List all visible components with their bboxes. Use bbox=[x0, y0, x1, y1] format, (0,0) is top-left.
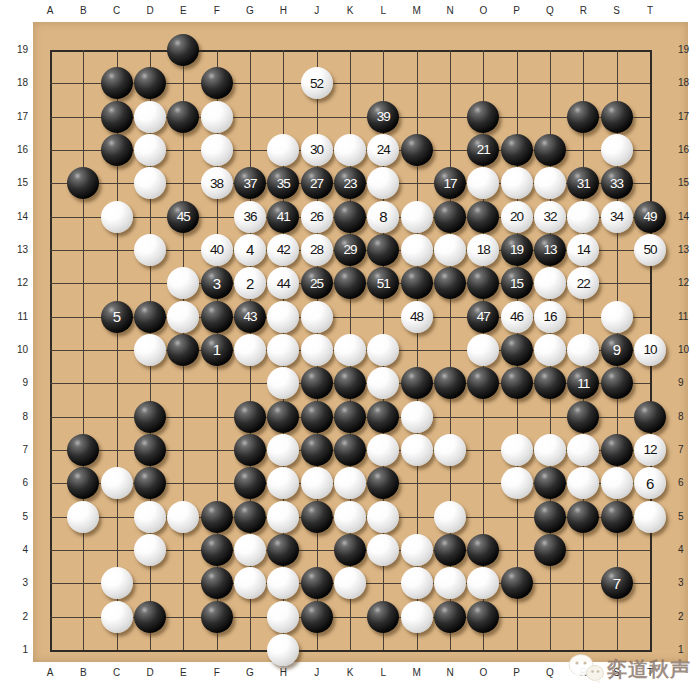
black-stone[interactable] bbox=[234, 401, 266, 433]
black-stone[interactable] bbox=[434, 201, 466, 233]
white-stone[interactable] bbox=[101, 601, 133, 633]
white-stone[interactable]: 46 bbox=[501, 301, 533, 333]
move-number: 36 bbox=[243, 210, 256, 224]
white-stone[interactable] bbox=[334, 134, 366, 166]
move-number: 9 bbox=[613, 342, 621, 357]
white-stone[interactable] bbox=[367, 501, 399, 533]
white-stone[interactable] bbox=[234, 567, 266, 599]
black-stone[interactable] bbox=[201, 67, 233, 99]
move-number: 39 bbox=[377, 110, 390, 124]
row-label: 10 bbox=[6, 344, 28, 356]
black-stone[interactable]: 47 bbox=[467, 301, 499, 333]
white-stone[interactable] bbox=[601, 301, 633, 333]
white-stone[interactable]: 44 bbox=[267, 267, 299, 299]
row-label: 5 bbox=[6, 511, 28, 523]
row-label: 8 bbox=[6, 411, 28, 423]
move-number: 6 bbox=[646, 476, 654, 491]
white-stone[interactable] bbox=[501, 167, 533, 199]
column-label: S bbox=[607, 5, 627, 16]
white-stone[interactable] bbox=[401, 534, 433, 566]
black-stone[interactable] bbox=[434, 534, 466, 566]
row-label: 6 bbox=[6, 477, 28, 489]
column-label: E bbox=[173, 5, 193, 16]
black-stone[interactable] bbox=[467, 201, 499, 233]
black-stone[interactable]: 19 bbox=[501, 234, 533, 266]
black-stone[interactable] bbox=[534, 501, 566, 533]
row-label: 9 bbox=[678, 377, 700, 389]
column-label: F bbox=[207, 5, 227, 16]
move-number: 19 bbox=[510, 243, 523, 257]
go-board[interactable]: 5239302421383735272317313345364126820323… bbox=[33, 22, 688, 662]
black-stone[interactable] bbox=[501, 367, 533, 399]
black-stone[interactable] bbox=[567, 501, 599, 533]
move-number: 26 bbox=[310, 210, 323, 224]
white-stone[interactable] bbox=[267, 501, 299, 533]
black-stone[interactable] bbox=[334, 534, 366, 566]
black-stone[interactable] bbox=[267, 534, 299, 566]
white-stone[interactable]: 8 bbox=[367, 201, 399, 233]
white-stone[interactable] bbox=[367, 367, 399, 399]
white-stone[interactable]: 42 bbox=[267, 234, 299, 266]
column-label: B bbox=[73, 667, 93, 678]
black-stone[interactable]: 23 bbox=[334, 167, 366, 199]
black-stone[interactable] bbox=[234, 467, 266, 499]
row-label: 4 bbox=[6, 544, 28, 556]
black-stone[interactable]: 37 bbox=[234, 167, 266, 199]
row-label: 14 bbox=[678, 211, 700, 223]
black-stone[interactable] bbox=[534, 534, 566, 566]
black-stone[interactable]: 7 bbox=[601, 567, 633, 599]
white-stone[interactable] bbox=[401, 601, 433, 633]
column-label: A bbox=[40, 667, 60, 678]
column-label: T bbox=[640, 5, 660, 16]
wechat-icon bbox=[568, 653, 604, 685]
move-number: 4 bbox=[246, 242, 254, 257]
row-label: 14 bbox=[6, 211, 28, 223]
column-label: Q bbox=[540, 667, 560, 678]
column-label: C bbox=[107, 5, 127, 16]
black-stone[interactable] bbox=[301, 401, 333, 433]
black-stone[interactable] bbox=[134, 67, 166, 99]
row-label: 11 bbox=[6, 311, 28, 323]
white-stone[interactable]: 40 bbox=[201, 234, 233, 266]
move-number: 3 bbox=[213, 276, 221, 291]
black-stone[interactable] bbox=[201, 567, 233, 599]
white-stone[interactable] bbox=[501, 434, 533, 466]
column-label: J bbox=[307, 667, 327, 678]
black-stone[interactable] bbox=[134, 601, 166, 633]
white-stone[interactable] bbox=[367, 434, 399, 466]
black-stone[interactable] bbox=[201, 501, 233, 533]
black-stone[interactable] bbox=[534, 134, 566, 166]
white-stone[interactable] bbox=[267, 467, 299, 499]
white-stone[interactable]: 16 bbox=[534, 301, 566, 333]
white-stone[interactable] bbox=[201, 134, 233, 166]
white-stone[interactable] bbox=[334, 567, 366, 599]
black-stone[interactable] bbox=[134, 401, 166, 433]
black-stone[interactable] bbox=[334, 401, 366, 433]
black-stone[interactable]: 29 bbox=[334, 234, 366, 266]
white-stone[interactable] bbox=[134, 134, 166, 166]
row-label: 3 bbox=[678, 577, 700, 589]
white-stone[interactable] bbox=[201, 101, 233, 133]
move-number: 50 bbox=[643, 243, 656, 257]
black-stone[interactable] bbox=[334, 367, 366, 399]
white-stone[interactable] bbox=[434, 434, 466, 466]
watermark: 弈道秋声 bbox=[568, 645, 698, 693]
white-stone[interactable] bbox=[567, 467, 599, 499]
white-stone[interactable] bbox=[267, 434, 299, 466]
black-stone[interactable] bbox=[67, 467, 99, 499]
white-stone[interactable] bbox=[167, 301, 199, 333]
column-label: J bbox=[307, 5, 327, 16]
column-label: H bbox=[273, 667, 293, 678]
move-number: 44 bbox=[277, 277, 290, 291]
column-label: F bbox=[207, 667, 227, 678]
white-stone[interactable] bbox=[101, 201, 133, 233]
move-number: 25 bbox=[310, 277, 323, 291]
row-label: 7 bbox=[6, 444, 28, 456]
white-stone[interactable] bbox=[534, 334, 566, 366]
white-stone[interactable]: 26 bbox=[301, 201, 333, 233]
black-stone[interactable] bbox=[334, 201, 366, 233]
move-number: 20 bbox=[510, 210, 523, 224]
row-label: 19 bbox=[678, 44, 700, 56]
white-stone[interactable]: 22 bbox=[567, 267, 599, 299]
row-label: 12 bbox=[6, 277, 28, 289]
black-stone[interactable] bbox=[101, 134, 133, 166]
white-stone[interactable] bbox=[601, 467, 633, 499]
white-stone[interactable]: 48 bbox=[401, 301, 433, 333]
black-stone[interactable] bbox=[301, 567, 333, 599]
row-label: 13 bbox=[678, 244, 700, 256]
white-stone[interactable] bbox=[567, 201, 599, 233]
move-number: 27 bbox=[310, 177, 323, 191]
row-label: 8 bbox=[678, 411, 700, 423]
black-stone[interactable]: 5 bbox=[101, 301, 133, 333]
move-number: 48 bbox=[410, 310, 423, 324]
black-stone[interactable] bbox=[401, 267, 433, 299]
black-stone[interactable]: 11 bbox=[567, 367, 599, 399]
black-stone[interactable] bbox=[67, 167, 99, 199]
white-stone[interactable] bbox=[301, 334, 333, 366]
move-number: 37 bbox=[243, 177, 256, 191]
black-stone[interactable] bbox=[401, 367, 433, 399]
white-stone[interactable] bbox=[534, 267, 566, 299]
row-label: 3 bbox=[6, 577, 28, 589]
white-stone[interactable] bbox=[367, 534, 399, 566]
move-number: 15 bbox=[510, 277, 523, 291]
white-stone[interactable]: 28 bbox=[301, 234, 333, 266]
white-stone[interactable] bbox=[401, 434, 433, 466]
black-stone[interactable] bbox=[167, 101, 199, 133]
white-stone[interactable] bbox=[334, 501, 366, 533]
white-stone[interactable] bbox=[267, 567, 299, 599]
black-stone[interactable] bbox=[467, 367, 499, 399]
black-stone[interactable] bbox=[467, 267, 499, 299]
black-stone[interactable] bbox=[301, 601, 333, 633]
white-stone[interactable] bbox=[267, 367, 299, 399]
white-stone[interactable]: 4 bbox=[234, 234, 266, 266]
black-stone[interactable] bbox=[501, 567, 533, 599]
row-label: 7 bbox=[678, 444, 700, 456]
white-stone[interactable]: 34 bbox=[601, 201, 633, 233]
move-number: 43 bbox=[243, 310, 256, 324]
column-label: H bbox=[273, 5, 293, 16]
row-label: 1 bbox=[6, 644, 28, 656]
column-label: L bbox=[373, 667, 393, 678]
white-stone[interactable]: 12 bbox=[634, 434, 666, 466]
move-number: 22 bbox=[577, 277, 590, 291]
white-stone[interactable] bbox=[134, 101, 166, 133]
column-label: E bbox=[173, 667, 193, 678]
white-stone[interactable] bbox=[401, 567, 433, 599]
black-stone[interactable] bbox=[134, 467, 166, 499]
white-stone[interactable]: 24 bbox=[367, 134, 399, 166]
white-stone[interactable]: 14 bbox=[567, 234, 599, 266]
white-stone[interactable] bbox=[267, 334, 299, 366]
move-number: 17 bbox=[443, 177, 456, 191]
white-stone[interactable] bbox=[567, 434, 599, 466]
move-number: 1 bbox=[213, 342, 221, 357]
white-stone[interactable] bbox=[167, 267, 199, 299]
column-label: D bbox=[140, 667, 160, 678]
column-label: L bbox=[373, 5, 393, 16]
move-number: 18 bbox=[477, 243, 490, 257]
black-stone[interactable] bbox=[134, 434, 166, 466]
white-stone[interactable] bbox=[567, 334, 599, 366]
move-number: 45 bbox=[177, 210, 190, 224]
white-stone[interactable]: 2 bbox=[234, 267, 266, 299]
black-stone[interactable]: 21 bbox=[467, 134, 499, 166]
black-stone[interactable]: 51 bbox=[367, 267, 399, 299]
move-number: 41 bbox=[277, 210, 290, 224]
white-stone[interactable] bbox=[267, 301, 299, 333]
white-stone[interactable]: 20 bbox=[501, 201, 533, 233]
column-label: C bbox=[107, 667, 127, 678]
white-stone[interactable] bbox=[301, 301, 333, 333]
black-stone[interactable]: 3 bbox=[201, 267, 233, 299]
move-number: 2 bbox=[246, 276, 254, 291]
white-stone[interactable] bbox=[434, 567, 466, 599]
row-label: 15 bbox=[678, 177, 700, 189]
column-label: M bbox=[407, 667, 427, 678]
watermark-text: 弈道秋声 bbox=[607, 656, 691, 683]
row-label: 16 bbox=[678, 144, 700, 156]
black-stone[interactable] bbox=[401, 134, 433, 166]
white-stone[interactable]: 18 bbox=[467, 234, 499, 266]
black-stone[interactable]: 49 bbox=[634, 201, 666, 233]
white-stone[interactable] bbox=[601, 134, 633, 166]
row-label: 2 bbox=[6, 611, 28, 623]
column-label: P bbox=[507, 5, 527, 16]
black-stone[interactable]: 1 bbox=[201, 334, 233, 366]
white-stone[interactable] bbox=[167, 501, 199, 533]
white-stone[interactable] bbox=[467, 334, 499, 366]
column-label: P bbox=[507, 667, 527, 678]
move-number: 31 bbox=[577, 177, 590, 191]
black-stone[interactable] bbox=[601, 501, 633, 533]
black-stone[interactable]: 35 bbox=[267, 167, 299, 199]
black-stone[interactable]: 43 bbox=[234, 301, 266, 333]
white-stone[interactable] bbox=[301, 467, 333, 499]
stones-layer: 5239302421383735272317313345364126820323… bbox=[33, 33, 666, 666]
white-stone[interactable]: 38 bbox=[201, 167, 233, 199]
white-stone[interactable] bbox=[367, 167, 399, 199]
row-label: 5 bbox=[678, 511, 700, 523]
black-stone[interactable]: 33 bbox=[601, 167, 633, 199]
black-stone[interactable] bbox=[201, 301, 233, 333]
white-stone[interactable] bbox=[367, 334, 399, 366]
black-stone[interactable]: 17 bbox=[434, 167, 466, 199]
white-stone[interactable] bbox=[267, 601, 299, 633]
column-label: K bbox=[340, 667, 360, 678]
black-stone[interactable] bbox=[601, 434, 633, 466]
white-stone[interactable] bbox=[134, 501, 166, 533]
black-stone[interactable] bbox=[67, 434, 99, 466]
black-stone[interactable] bbox=[301, 434, 333, 466]
white-stone[interactable] bbox=[134, 534, 166, 566]
move-number: 52 bbox=[310, 77, 323, 91]
white-stone[interactable] bbox=[234, 534, 266, 566]
move-number: 47 bbox=[477, 310, 490, 324]
white-stone[interactable] bbox=[467, 567, 499, 599]
white-stone[interactable] bbox=[267, 634, 299, 666]
row-label: 18 bbox=[678, 77, 700, 89]
black-stone[interactable] bbox=[234, 501, 266, 533]
move-number: 12 bbox=[643, 443, 656, 457]
white-stone[interactable] bbox=[101, 567, 133, 599]
black-stone[interactable] bbox=[367, 601, 399, 633]
white-stone[interactable] bbox=[401, 234, 433, 266]
move-number: 33 bbox=[610, 177, 623, 191]
black-stone[interactable] bbox=[567, 401, 599, 433]
black-stone[interactable] bbox=[501, 334, 533, 366]
black-stone[interactable] bbox=[501, 134, 533, 166]
black-stone[interactable] bbox=[601, 101, 633, 133]
white-stone[interactable] bbox=[401, 401, 433, 433]
white-stone[interactable] bbox=[267, 134, 299, 166]
column-label: G bbox=[240, 667, 260, 678]
black-stone[interactable] bbox=[534, 467, 566, 499]
black-stone[interactable] bbox=[434, 267, 466, 299]
white-stone[interactable] bbox=[334, 334, 366, 366]
black-stone[interactable] bbox=[267, 401, 299, 433]
black-stone[interactable] bbox=[434, 601, 466, 633]
white-stone[interactable] bbox=[101, 467, 133, 499]
black-stone[interactable] bbox=[167, 334, 199, 366]
black-stone[interactable] bbox=[367, 234, 399, 266]
column-label: A bbox=[40, 5, 60, 16]
move-number: 32 bbox=[543, 210, 556, 224]
black-stone[interactable]: 31 bbox=[567, 167, 599, 199]
column-label: O bbox=[473, 5, 493, 16]
black-stone[interactable] bbox=[601, 367, 633, 399]
row-label: 4 bbox=[678, 544, 700, 556]
black-stone[interactable] bbox=[301, 501, 333, 533]
white-stone[interactable] bbox=[234, 334, 266, 366]
black-stone[interactable] bbox=[567, 101, 599, 133]
move-number: 13 bbox=[543, 243, 556, 257]
move-number: 21 bbox=[477, 143, 490, 157]
black-stone[interactable]: 45 bbox=[167, 201, 199, 233]
white-stone[interactable] bbox=[134, 334, 166, 366]
move-number: 10 bbox=[643, 343, 656, 357]
black-stone[interactable] bbox=[167, 34, 199, 66]
column-label: B bbox=[73, 5, 93, 16]
black-stone[interactable]: 41 bbox=[267, 201, 299, 233]
black-stone[interactable]: 13 bbox=[534, 234, 566, 266]
row-label: 16 bbox=[6, 144, 28, 156]
move-number: 49 bbox=[643, 210, 656, 224]
black-stone[interactable]: 9 bbox=[601, 334, 633, 366]
black-stone[interactable] bbox=[134, 301, 166, 333]
black-stone[interactable] bbox=[334, 267, 366, 299]
white-stone[interactable] bbox=[501, 467, 533, 499]
black-stone[interactable]: 15 bbox=[501, 267, 533, 299]
white-stone[interactable] bbox=[467, 167, 499, 199]
black-stone[interactable]: 39 bbox=[367, 101, 399, 133]
white-stone[interactable] bbox=[401, 201, 433, 233]
white-stone[interactable] bbox=[434, 234, 466, 266]
row-label: 9 bbox=[6, 377, 28, 389]
white-stone[interactable]: 52 bbox=[301, 67, 333, 99]
black-stone[interactable] bbox=[201, 601, 233, 633]
white-stone[interactable]: 50 bbox=[634, 234, 666, 266]
black-stone[interactable] bbox=[101, 101, 133, 133]
move-number: 42 bbox=[277, 243, 290, 257]
black-stone[interactable] bbox=[301, 367, 333, 399]
black-stone[interactable] bbox=[534, 367, 566, 399]
white-stone[interactable] bbox=[534, 167, 566, 199]
black-stone[interactable] bbox=[334, 434, 366, 466]
black-stone[interactable] bbox=[467, 101, 499, 133]
white-stone[interactable]: 6 bbox=[634, 467, 666, 499]
white-stone[interactable]: 32 bbox=[534, 201, 566, 233]
black-stone[interactable] bbox=[467, 534, 499, 566]
row-label: 13 bbox=[6, 244, 28, 256]
black-stone[interactable] bbox=[234, 434, 266, 466]
white-stone[interactable]: 36 bbox=[234, 201, 266, 233]
column-label: G bbox=[240, 5, 260, 16]
white-stone[interactable] bbox=[634, 501, 666, 533]
white-stone[interactable]: 10 bbox=[634, 334, 666, 366]
black-stone[interactable]: 25 bbox=[301, 267, 333, 299]
white-stone[interactable] bbox=[434, 501, 466, 533]
row-label: 2 bbox=[678, 611, 700, 623]
white-stone[interactable] bbox=[67, 501, 99, 533]
black-stone[interactable] bbox=[634, 401, 666, 433]
column-label: K bbox=[340, 5, 360, 16]
white-stone[interactable] bbox=[134, 234, 166, 266]
white-stone[interactable] bbox=[334, 467, 366, 499]
move-number: 7 bbox=[613, 576, 621, 591]
black-stone[interactable]: 27 bbox=[301, 167, 333, 199]
black-stone[interactable] bbox=[434, 367, 466, 399]
black-stone[interactable] bbox=[367, 467, 399, 499]
white-stone[interactable] bbox=[134, 167, 166, 199]
column-label: D bbox=[140, 5, 160, 16]
white-stone[interactable]: 30 bbox=[301, 134, 333, 166]
move-number: 51 bbox=[377, 277, 390, 291]
black-stone[interactable] bbox=[467, 601, 499, 633]
move-number: 34 bbox=[610, 210, 623, 224]
move-number: 28 bbox=[310, 243, 323, 257]
black-stone[interactable] bbox=[201, 534, 233, 566]
black-stone[interactable] bbox=[367, 401, 399, 433]
white-stone[interactable] bbox=[534, 434, 566, 466]
black-stone[interactable] bbox=[101, 67, 133, 99]
